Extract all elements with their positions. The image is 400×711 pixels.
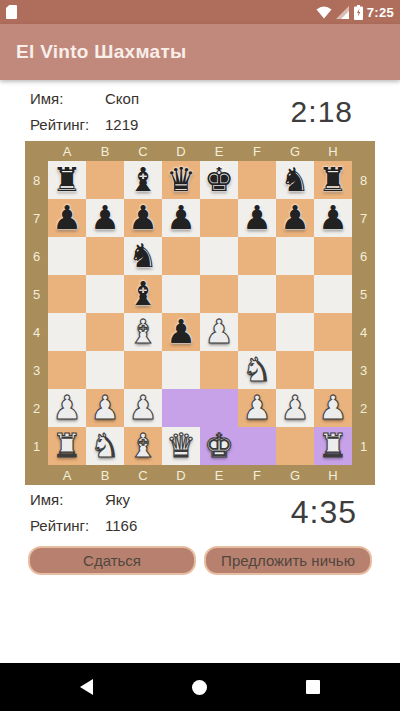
app-title: El Vinto Шахматы <box>16 41 187 63</box>
white-rook-icon: ♜ <box>318 427 348 465</box>
rank-label-right-6: 6 <box>352 237 375 275</box>
square-e3[interactable] <box>200 351 238 389</box>
board-corner <box>25 141 48 161</box>
black-rook-icon: ♜ <box>318 161 348 199</box>
square-g3[interactable] <box>276 351 314 389</box>
file-label-bottom-g: G <box>276 465 314 485</box>
square-e4[interactable]: ♟ <box>200 313 238 351</box>
square-b3[interactable] <box>86 351 124 389</box>
opponent-rating: 1219 <box>105 116 139 133</box>
square-a5[interactable] <box>48 275 86 313</box>
square-b7[interactable]: ♟ <box>86 199 124 237</box>
square-h1[interactable]: ♜ <box>314 427 352 465</box>
black-pawn-icon: ♟ <box>128 199 158 237</box>
opponent-info: Имя: Скоп Рейтинг: 1219 2:18 <box>0 80 400 137</box>
black-queen-icon: ♛ <box>166 161 196 199</box>
square-c5[interactable]: ♝ <box>124 275 162 313</box>
square-h2[interactable]: ♟ <box>314 389 352 427</box>
white-pawn-icon: ♟ <box>280 389 310 427</box>
resign-button[interactable]: Сдаться <box>28 546 196 575</box>
rank-label-left-4: 4 <box>25 313 48 351</box>
file-label-top-f: F <box>238 141 276 161</box>
rank-label-right-8: 8 <box>352 161 375 199</box>
file-label-top-a: A <box>48 141 86 161</box>
player-info: Имя: Яку Рейтинг: 1166 4:35 <box>0 485 400 538</box>
file-label-bottom-d: D <box>162 465 200 485</box>
square-d3[interactable] <box>162 351 200 389</box>
white-knight-icon: ♞ <box>242 351 272 389</box>
rank-label-left-8: 8 <box>25 161 48 199</box>
square-d8[interactable]: ♛ <box>162 161 200 199</box>
player-rating-label: Рейтинг: <box>30 517 105 534</box>
app-bar: El Vinto Шахматы <box>0 24 400 80</box>
player-name: Яку <box>105 491 137 508</box>
player-name-label: Имя: <box>30 491 105 508</box>
rank-label-right-7: 7 <box>352 199 375 237</box>
square-b2[interactable]: ♟ <box>86 389 124 427</box>
file-label-bottom-h: H <box>314 465 352 485</box>
wifi-icon <box>316 6 332 19</box>
square-d5[interactable] <box>162 275 200 313</box>
square-c8[interactable]: ♝ <box>124 161 162 199</box>
square-g2[interactable]: ♟ <box>276 389 314 427</box>
black-pawn-icon: ♟ <box>318 199 348 237</box>
black-pawn-icon: ♟ <box>242 199 272 237</box>
opponent-name: Скоп <box>105 90 139 107</box>
black-knight-icon: ♞ <box>128 237 158 275</box>
black-bishop-icon: ♝ <box>128 275 158 313</box>
file-label-top-g: G <box>276 141 314 161</box>
square-f5[interactable] <box>238 275 276 313</box>
rank-label-right-5: 5 <box>352 275 375 313</box>
file-label-bottom-f: F <box>238 465 276 485</box>
rank-label-left-6: 6 <box>25 237 48 275</box>
square-b1[interactable]: ♞ <box>86 427 124 465</box>
square-d1[interactable]: ♛ <box>162 427 200 465</box>
board-corner <box>352 141 375 161</box>
white-pawn-icon: ♟ <box>52 389 82 427</box>
black-pawn-icon: ♟ <box>166 199 196 237</box>
square-b8[interactable] <box>86 161 124 199</box>
file-label-bottom-e: E <box>200 465 238 485</box>
rank-label-left-1: 1 <box>25 427 48 465</box>
black-pawn-icon: ♟ <box>166 313 196 351</box>
rank-label-right-2: 2 <box>352 389 375 427</box>
square-g5[interactable] <box>276 275 314 313</box>
file-label-bottom-b: B <box>86 465 124 485</box>
file-label-bottom-c: C <box>124 465 162 485</box>
square-h4[interactable] <box>314 313 352 351</box>
file-label-top-d: D <box>162 141 200 161</box>
square-e5[interactable] <box>200 275 238 313</box>
board-corner <box>25 465 48 485</box>
square-f1[interactable] <box>238 427 276 465</box>
square-f8[interactable] <box>238 161 276 199</box>
rank-label-right-1: 1 <box>352 427 375 465</box>
sd-card-icon <box>6 5 17 19</box>
android-nav-bar <box>0 663 400 711</box>
square-c4[interactable]: ♝ <box>124 313 162 351</box>
opponent-rating-label: Рейтинг: <box>30 116 105 133</box>
white-pawn-icon: ♟ <box>128 389 158 427</box>
file-label-bottom-a: A <box>48 465 86 485</box>
square-h5[interactable] <box>314 275 352 313</box>
rank-label-left-2: 2 <box>25 389 48 427</box>
square-g1[interactable] <box>276 427 314 465</box>
white-king-icon: ♚ <box>204 427 234 465</box>
square-h3[interactable] <box>314 351 352 389</box>
square-d2[interactable] <box>162 389 200 427</box>
white-bishop-icon: ♝ <box>128 313 158 351</box>
square-c3[interactable] <box>124 351 162 389</box>
square-f4[interactable] <box>238 313 276 351</box>
black-pawn-icon: ♟ <box>280 199 310 237</box>
square-d6[interactable] <box>162 237 200 275</box>
square-g7[interactable]: ♟ <box>276 199 314 237</box>
black-king-icon: ♚ <box>204 161 234 199</box>
white-rook-icon: ♜ <box>52 427 82 465</box>
status-bar: 7:25 <box>0 0 400 24</box>
square-b5[interactable] <box>86 275 124 313</box>
black-knight-icon: ♞ <box>280 161 310 199</box>
status-time: 7:25 <box>367 5 394 20</box>
file-label-top-h: H <box>314 141 352 161</box>
square-d7[interactable]: ♟ <box>162 199 200 237</box>
black-pawn-icon: ♟ <box>52 199 82 237</box>
rank-label-right-3: 3 <box>352 351 375 389</box>
rank-label-left-5: 5 <box>25 275 48 313</box>
square-g8[interactable]: ♞ <box>276 161 314 199</box>
home-icon[interactable] <box>192 680 207 695</box>
rank-label-left-7: 7 <box>25 199 48 237</box>
white-pawn-icon: ♟ <box>204 313 234 351</box>
square-f7[interactable]: ♟ <box>238 199 276 237</box>
square-e6[interactable] <box>200 237 238 275</box>
board-corner <box>352 465 375 485</box>
offer-draw-button[interactable]: Предложить ничью <box>204 546 372 575</box>
opponent-clock: 2:18 <box>291 95 375 129</box>
square-g6[interactable] <box>276 237 314 275</box>
square-f6[interactable] <box>238 237 276 275</box>
square-c7[interactable]: ♟ <box>124 199 162 237</box>
square-g4[interactable] <box>276 313 314 351</box>
action-buttons: Сдаться Предложить ничью <box>0 538 400 575</box>
black-pawn-icon: ♟ <box>90 199 120 237</box>
white-pawn-icon: ♟ <box>90 389 120 427</box>
square-a3[interactable] <box>48 351 86 389</box>
opponent-name-label: Имя: <box>30 90 105 107</box>
file-label-top-c: C <box>124 141 162 161</box>
player-clock: 4:35 <box>291 494 375 531</box>
black-rook-icon: ♜ <box>52 161 82 199</box>
square-e7[interactable] <box>200 199 238 237</box>
battery-charging-icon <box>354 5 363 20</box>
square-h7[interactable]: ♟ <box>314 199 352 237</box>
square-d4[interactable]: ♟ <box>162 313 200 351</box>
square-b4[interactable] <box>86 313 124 351</box>
rank-label-left-3: 3 <box>25 351 48 389</box>
square-a7[interactable]: ♟ <box>48 199 86 237</box>
white-pawn-icon: ♟ <box>318 389 348 427</box>
white-queen-icon: ♛ <box>166 427 196 465</box>
recents-icon[interactable] <box>306 680 320 694</box>
square-b6[interactable] <box>86 237 124 275</box>
square-a8[interactable]: ♜ <box>48 161 86 199</box>
cell-signal-icon <box>336 6 350 19</box>
white-bishop-icon: ♝ <box>128 427 158 465</box>
chess-board: ABCDEFGH8♜♝♛♚♞♜87♟♟♟♟♟♟♟76♞65♝54♝♟♟43♞32… <box>25 141 375 485</box>
square-e8[interactable]: ♚ <box>200 161 238 199</box>
square-a6[interactable] <box>48 237 86 275</box>
app-screen: 7:25 El Vinto Шахматы Имя: Скоп Рейтинг:… <box>0 0 400 711</box>
square-a4[interactable] <box>48 313 86 351</box>
player-rating: 1166 <box>105 517 137 534</box>
square-h6[interactable] <box>314 237 352 275</box>
file-label-top-b: B <box>86 141 124 161</box>
square-e1[interactable]: ♚ <box>200 427 238 465</box>
rank-label-right-4: 4 <box>352 313 375 351</box>
square-c6[interactable]: ♞ <box>124 237 162 275</box>
square-h8[interactable]: ♜ <box>314 161 352 199</box>
square-f3[interactable]: ♞ <box>238 351 276 389</box>
square-c1[interactable]: ♝ <box>124 427 162 465</box>
back-icon[interactable] <box>80 679 93 695</box>
file-label-top-e: E <box>200 141 238 161</box>
black-bishop-icon: ♝ <box>128 161 158 199</box>
square-c2[interactable]: ♟ <box>124 389 162 427</box>
square-f2[interactable]: ♟ <box>238 389 276 427</box>
square-a1[interactable]: ♜ <box>48 427 86 465</box>
square-e2[interactable] <box>200 389 238 427</box>
white-pawn-icon: ♟ <box>242 389 272 427</box>
square-a2[interactable]: ♟ <box>48 389 86 427</box>
white-knight-icon: ♞ <box>90 427 120 465</box>
